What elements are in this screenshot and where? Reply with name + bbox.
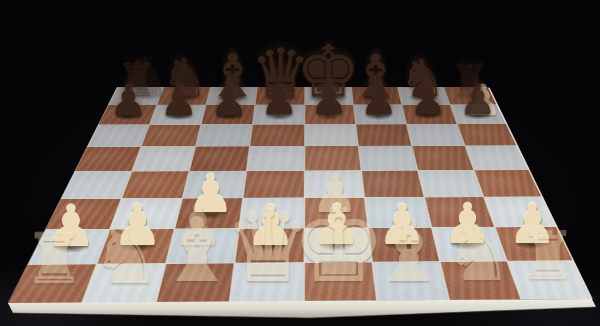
board-rim-shadowline: [13, 307, 596, 318]
square-h6: [458, 124, 518, 145]
square-a6: [87, 125, 149, 147]
piece-white-knight-g1: ♞: [444, 216, 512, 292]
square-g5: [412, 146, 473, 170]
piece-black-pawn-e7: ♟: [310, 79, 348, 121]
piece-black-pawn-b7: ♟: [160, 79, 198, 122]
piece-black-pawn-g7: ♟: [410, 79, 448, 121]
piece-white-rook-h1: ♜: [518, 224, 577, 290]
chessboard-photo: ♜♞♝♛♚♝♞♜♟♟♟♟♟♟♟♟♟♟♟♟♟♟♟♟♜♞♝♛♚♝♞♜♞♟♟♟: [0, 0, 600, 326]
square-f5: [359, 146, 417, 170]
piece-white-bishop-f1: ♝: [370, 208, 447, 294]
square-h5: [466, 146, 530, 170]
square-a5: [75, 147, 141, 171]
square-g6: [407, 124, 464, 145]
piece-white-knight-b1: ♞: [91, 217, 161, 295]
square-d5: [248, 146, 304, 170]
square-e6: [305, 125, 358, 146]
piece-black-pawn-h7: ♟: [459, 79, 496, 121]
square-f6: [356, 125, 411, 146]
piece-black-pawn-f7: ♟: [360, 79, 398, 121]
piece-black-pawn-d7: ♟: [260, 79, 298, 121]
piece-white-rook-a1: ♜: [23, 225, 85, 294]
piece-black-pawn-a7: ♟: [109, 79, 148, 122]
square-c6: [196, 125, 252, 147]
square-d6: [251, 125, 304, 146]
piece-black-pawn-c7: ♟: [210, 79, 248, 122]
square-b6: [142, 125, 201, 147]
